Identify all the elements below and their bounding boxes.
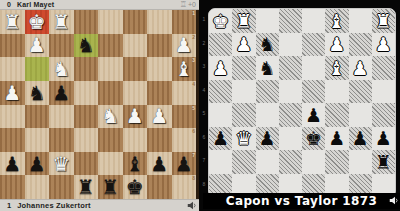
square-d5: ♟	[302, 103, 325, 127]
material-area: ♖ +0	[180, 0, 196, 9]
square-b5[interactable]: ♟	[147, 105, 172, 129]
square-g1: ♜	[232, 9, 255, 33]
square-f3: ♞	[256, 56, 279, 80]
square-g7[interactable]: ♟	[25, 152, 50, 176]
square-g6: ♛	[232, 127, 255, 151]
white-pawn-c2: ♟	[325, 33, 348, 57]
rank-label-1: 1	[200, 8, 208, 32]
square-d3	[302, 56, 325, 80]
square-a6[interactable]: 6	[172, 128, 197, 152]
white-knight-f3[interactable]: ♞	[49, 57, 74, 81]
square-g1[interactable]: ♚	[25, 10, 50, 34]
square-c3: ♝	[325, 56, 348, 80]
rank-label-7: 7	[192, 152, 195, 158]
diagram-board-frame: ♚♜♝♜♟♞♟♟♟♞♝♟♟♟♛♟♚♟♟♟♜	[208, 8, 396, 198]
square-e1	[279, 9, 302, 33]
square-e2[interactable]: ♞	[74, 34, 99, 58]
black-knight-f3: ♞	[256, 56, 279, 80]
square-d8[interactable]: ♜	[98, 175, 123, 199]
square-f7	[256, 150, 279, 174]
square-g4	[232, 80, 255, 104]
square-e7[interactable]	[74, 152, 99, 176]
square-b2[interactable]	[147, 34, 172, 58]
white-king-g1[interactable]: ♚	[25, 10, 50, 34]
square-a3	[372, 56, 395, 80]
square-b4[interactable]	[147, 81, 172, 105]
square-e4[interactable]	[74, 81, 99, 105]
square-h1: ♚	[209, 9, 232, 33]
left-chess-board[interactable]: ♜♚♜1♟♞♟2♞♝3♟♞♟4♞♟♟56♟♟♛♝♟♟7♜♜♚8	[0, 10, 196, 199]
screenshot: 0 Karl Mayet ♖ +0 ♜♚♜1♟♞♟2♞♝3♟♞♟4♞♟♟56♟♟…	[0, 0, 400, 211]
square-f5	[256, 103, 279, 127]
rank-label-2: 2	[200, 32, 208, 56]
square-h4	[209, 80, 232, 104]
square-d5[interactable]: ♞	[98, 105, 123, 129]
square-f1[interactable]: ♜	[49, 10, 74, 34]
rank-label-5: 5	[192, 105, 195, 111]
square-e7	[279, 150, 302, 174]
square-e3	[279, 56, 302, 80]
white-rook-h1[interactable]: ♜	[0, 10, 25, 34]
square-c8[interactable]: ♚	[123, 175, 148, 199]
speaker-icon	[389, 196, 398, 205]
square-b3: ♟	[349, 56, 372, 80]
black-rook-e8[interactable]: ♜	[74, 175, 99, 199]
square-c1[interactable]	[123, 10, 148, 34]
square-d7	[302, 150, 325, 174]
rank-label-1: 1	[192, 10, 195, 16]
video-caption: Capon vs Taylor 1873	[226, 194, 378, 208]
square-b5	[349, 103, 372, 127]
square-f6[interactable]	[49, 128, 74, 152]
black-pawn-f4[interactable]: ♟	[49, 81, 74, 105]
square-e8[interactable]: ♜	[74, 175, 99, 199]
white-pawn-a2: ♟	[372, 33, 395, 57]
black-knight-f2: ♞	[256, 33, 279, 57]
black-pawn-c6: ♟	[325, 127, 348, 151]
square-b1	[349, 9, 372, 33]
speaker-icon[interactable]	[187, 201, 196, 210]
square-d6[interactable]	[98, 128, 123, 152]
top-player-bar: 0 Karl Mayet ♖ +0	[0, 0, 199, 10]
square-a5	[372, 103, 395, 127]
square-g5	[232, 103, 255, 127]
rank-label-6: 6	[192, 128, 195, 134]
square-e6[interactable]	[74, 128, 99, 152]
square-h2[interactable]	[0, 34, 25, 58]
square-g4[interactable]: ♞	[25, 81, 50, 105]
square-b7	[349, 150, 372, 174]
square-f4[interactable]: ♟	[49, 81, 74, 105]
white-pawn-g2[interactable]: ♟	[25, 34, 50, 58]
black-pawn-b6: ♟	[349, 127, 372, 151]
square-f5[interactable]	[49, 105, 74, 129]
captured-material-indicator: ♖ +0	[180, 0, 196, 9]
square-e4	[279, 80, 302, 104]
square-h5[interactable]	[0, 105, 25, 129]
square-d4	[302, 80, 325, 104]
square-f4	[256, 80, 279, 104]
captured-piece-icon: ♖	[180, 0, 187, 9]
rank-coordinates: 12345678	[200, 8, 208, 196]
square-a8[interactable]: 8	[172, 175, 197, 199]
white-bishop-c1: ♝	[325, 9, 348, 33]
square-d2	[302, 33, 325, 57]
square-h7[interactable]: ♟	[0, 152, 25, 176]
black-rook-a7: ♜	[372, 150, 395, 174]
square-f3[interactable]: ♞	[49, 57, 74, 81]
white-queen-f7[interactable]: ♛	[49, 152, 74, 176]
square-f7[interactable]: ♛	[49, 152, 74, 176]
square-f1	[256, 9, 279, 33]
rank-label-4: 4	[192, 81, 195, 87]
square-c5	[325, 103, 348, 127]
rank-label-2: 2	[192, 34, 195, 40]
rank-label-3: 3	[200, 55, 208, 79]
square-d4[interactable]	[98, 81, 123, 105]
square-h6[interactable]	[0, 128, 25, 152]
black-pawn-d5: ♟	[302, 103, 325, 127]
square-h5	[209, 103, 232, 127]
square-e5[interactable]	[74, 105, 99, 129]
square-c2[interactable]	[123, 34, 148, 58]
black-player-name: Johannes Zukertort	[17, 201, 91, 210]
rank-label-4: 4	[200, 79, 208, 103]
white-rook-a1: ♜	[372, 9, 395, 33]
square-d1	[302, 9, 325, 33]
square-g2: ♟	[232, 33, 255, 57]
square-h4[interactable]: ♟	[0, 81, 25, 105]
square-d7[interactable]	[98, 152, 123, 176]
square-g3[interactable]	[25, 57, 50, 81]
square-d2[interactable]	[98, 34, 123, 58]
square-g7	[232, 150, 255, 174]
rank-label-7: 7	[200, 149, 208, 173]
white-pawn-g2: ♟	[232, 33, 255, 57]
square-b7[interactable]: ♟	[147, 152, 172, 176]
black-king-c8[interactable]: ♚	[123, 175, 148, 199]
white-bishop-c3: ♝	[325, 56, 348, 80]
square-h1[interactable]: ♜	[0, 10, 25, 34]
square-a7[interactable]: ♟7	[172, 152, 197, 176]
black-rook-d8[interactable]: ♜	[98, 175, 123, 199]
black-knight-e2[interactable]: ♞	[74, 34, 99, 58]
square-b6[interactable]	[147, 128, 172, 152]
black-king-d6: ♚	[302, 127, 325, 151]
square-c1: ♝	[325, 9, 348, 33]
black-pawn-f6: ♟	[256, 127, 279, 151]
white-rook-g1: ♜	[232, 9, 255, 33]
square-c5[interactable]: ♟	[123, 105, 148, 129]
black-pawn-g7[interactable]: ♟	[25, 152, 50, 176]
square-b6: ♟	[349, 127, 372, 151]
square-c2: ♟	[325, 33, 348, 57]
rank-label-5: 5	[200, 102, 208, 126]
white-rook-f1[interactable]: ♜	[49, 10, 74, 34]
square-g8[interactable]	[25, 175, 50, 199]
square-g5[interactable]	[25, 105, 50, 129]
square-a1: ♜	[372, 9, 395, 33]
square-b8[interactable]	[147, 175, 172, 199]
black-bishop-c7[interactable]: ♝	[123, 152, 148, 176]
white-pawn-b3: ♟	[349, 56, 372, 80]
rank-label-8: 8	[192, 175, 195, 181]
square-g6[interactable]	[25, 128, 50, 152]
rank-label-3: 3	[192, 57, 195, 63]
square-b1[interactable]	[147, 10, 172, 34]
square-g2[interactable]: ♟	[25, 34, 50, 58]
square-d3[interactable]	[98, 57, 123, 81]
square-d6: ♚	[302, 127, 325, 151]
square-b2	[349, 33, 372, 57]
black-pawn-b7[interactable]: ♟	[147, 152, 172, 176]
square-f8[interactable]	[49, 175, 74, 199]
square-a1[interactable]: 1	[172, 10, 197, 34]
square-e5	[279, 103, 302, 127]
black-pawn-h6: ♟	[209, 127, 232, 151]
square-a7: ♜	[372, 150, 395, 174]
rank-label-6: 6	[200, 126, 208, 150]
square-c6[interactable]	[123, 128, 148, 152]
white-pawn-c5[interactable]: ♟	[123, 105, 148, 129]
square-f2[interactable]	[49, 34, 74, 58]
white-knight-d5[interactable]: ♞	[98, 105, 123, 129]
square-c7[interactable]: ♝	[123, 152, 148, 176]
square-h3: ♟	[209, 56, 232, 80]
square-h3[interactable]	[0, 57, 25, 81]
square-c4	[325, 80, 348, 104]
black-pawn-a6: ♟	[372, 127, 395, 151]
sound-area	[187, 201, 196, 210]
black-score: 1	[7, 201, 11, 210]
video-diagram-pane: 12345678 ♚♜♝♜♟♞♟♟♟♞♝♟♟♟♛♟♚♟♟♟♜ Capon vs …	[199, 0, 400, 211]
material-count: +0	[188, 1, 196, 8]
square-a6: ♟	[372, 127, 395, 151]
square-c3[interactable]	[123, 57, 148, 81]
square-c7	[325, 150, 348, 174]
square-d1[interactable]	[98, 10, 123, 34]
right-chess-board: ♚♜♝♜♟♞♟♟♟♞♝♟♟♟♛♟♚♟♟♟♜	[209, 9, 395, 197]
square-b4	[349, 80, 372, 104]
bottom-player-bar: 1 Johannes Zukertort	[0, 199, 199, 211]
square-a4[interactable]: 4	[172, 81, 197, 105]
square-g3	[232, 56, 255, 80]
square-h7	[209, 150, 232, 174]
black-knight-g4[interactable]: ♞	[25, 81, 50, 105]
square-f2: ♞	[256, 33, 279, 57]
square-h8[interactable]	[0, 175, 25, 199]
square-e1[interactable]	[74, 10, 99, 34]
square-h6: ♟	[209, 127, 232, 151]
square-f6: ♟	[256, 127, 279, 151]
white-pawn-h3: ♟	[209, 56, 232, 80]
chess-app-pane: 0 Karl Mayet ♖ +0 ♜♚♜1♟♞♟2♞♝3♟♞♟4♞♟♟56♟♟…	[0, 0, 199, 211]
white-king-h1: ♚	[209, 9, 232, 33]
square-h2	[209, 33, 232, 57]
square-c4[interactable]	[123, 81, 148, 105]
square-e2	[279, 33, 302, 57]
white-pawn-b5[interactable]: ♟	[147, 105, 172, 129]
video-caption-bar: Capon vs Taylor 1873	[203, 193, 400, 209]
black-pawn-h7[interactable]: ♟	[0, 152, 25, 176]
square-a5[interactable]: 5	[172, 105, 197, 129]
square-a2: ♟	[372, 33, 395, 57]
white-score: 0	[7, 1, 11, 8]
white-queen-g6: ♛	[232, 127, 255, 151]
square-a3[interactable]: ♝3	[172, 57, 197, 81]
square-a4	[372, 80, 395, 104]
square-b3[interactable]	[147, 57, 172, 81]
square-c6: ♟	[325, 127, 348, 151]
white-player-name: Karl Mayet	[17, 1, 54, 8]
square-e3[interactable]	[74, 57, 99, 81]
square-a2[interactable]: ♟2	[172, 34, 197, 58]
square-e6	[279, 127, 302, 151]
white-pawn-h4[interactable]: ♟	[0, 81, 25, 105]
